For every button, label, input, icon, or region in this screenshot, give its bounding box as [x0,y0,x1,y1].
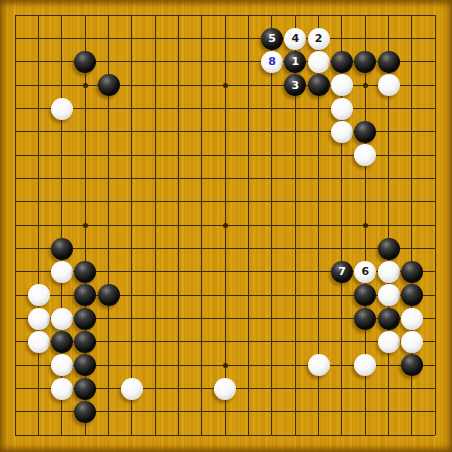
intersection-g16[interactable] [144,74,167,97]
intersection-k3[interactable] [214,377,237,400]
intersection-l17[interactable] [237,50,260,73]
intersection-q11[interactable] [354,190,377,213]
intersection-k13[interactable] [214,144,237,167]
intersection-j3[interactable] [190,377,213,400]
intersection-b2[interactable] [27,400,50,423]
intersection-c15[interactable] [50,97,73,120]
intersection-o11[interactable] [307,190,330,213]
intersection-b11[interactable] [27,190,50,213]
intersection-s16[interactable] [400,74,423,97]
intersection-a13[interactable] [4,144,27,167]
intersection-p9[interactable] [330,237,353,260]
intersection-o1[interactable] [307,424,330,447]
intersection-h4[interactable] [167,354,190,377]
intersection-a2[interactable] [4,400,27,423]
intersection-q18[interactable] [354,27,377,50]
intersection-h9[interactable] [167,237,190,260]
intersection-m4[interactable] [260,354,283,377]
intersection-l2[interactable] [237,400,260,423]
intersection-k4[interactable] [214,354,237,377]
intersection-c5[interactable] [50,330,73,353]
intersection-s6[interactable] [400,307,423,330]
intersection-f18[interactable] [120,27,143,50]
intersection-k17[interactable] [214,50,237,73]
intersection-t14[interactable] [424,120,447,143]
intersection-n3[interactable] [284,377,307,400]
intersection-s2[interactable] [400,400,423,423]
intersection-m9[interactable] [260,237,283,260]
intersection-t9[interactable] [424,237,447,260]
intersection-p15[interactable] [330,97,353,120]
intersection-t19[interactable] [424,4,447,27]
intersection-h14[interactable] [167,120,190,143]
intersection-d6[interactable] [74,307,97,330]
intersection-q4[interactable] [354,354,377,377]
intersection-d13[interactable] [74,144,97,167]
intersection-h10[interactable] [167,214,190,237]
intersection-a18[interactable] [4,27,27,50]
intersection-n11[interactable] [284,190,307,213]
intersection-n9[interactable] [284,237,307,260]
intersection-p3[interactable] [330,377,353,400]
intersection-r10[interactable] [377,214,400,237]
intersection-c7[interactable] [50,284,73,307]
intersection-h5[interactable] [167,330,190,353]
intersection-a17[interactable] [4,50,27,73]
intersection-n14[interactable] [284,120,307,143]
intersection-s8[interactable] [400,260,423,283]
intersection-n17[interactable]: 1 [284,50,307,73]
intersection-t1[interactable] [424,424,447,447]
intersection-o5[interactable] [307,330,330,353]
intersection-j9[interactable] [190,237,213,260]
intersection-k15[interactable] [214,97,237,120]
intersection-j14[interactable] [190,120,213,143]
intersection-s5[interactable] [400,330,423,353]
intersection-o18[interactable]: 2 [307,27,330,50]
intersection-s1[interactable] [400,424,423,447]
intersection-r14[interactable] [377,120,400,143]
intersection-e13[interactable] [97,144,120,167]
intersection-q16[interactable] [354,74,377,97]
intersection-n7[interactable] [284,284,307,307]
intersection-o6[interactable] [307,307,330,330]
intersection-d16[interactable] [74,74,97,97]
intersection-g17[interactable] [144,50,167,73]
intersection-d19[interactable] [74,4,97,27]
intersection-o8[interactable] [307,260,330,283]
intersection-q12[interactable] [354,167,377,190]
intersection-q3[interactable] [354,377,377,400]
intersection-s18[interactable] [400,27,423,50]
intersection-m15[interactable] [260,97,283,120]
intersection-m5[interactable] [260,330,283,353]
intersection-n5[interactable] [284,330,307,353]
intersection-n8[interactable] [284,260,307,283]
intersection-d14[interactable] [74,120,97,143]
intersection-k12[interactable] [214,167,237,190]
intersection-q13[interactable] [354,144,377,167]
intersection-t10[interactable] [424,214,447,237]
intersection-c9[interactable] [50,237,73,260]
intersection-j15[interactable] [190,97,213,120]
intersection-h12[interactable] [167,167,190,190]
intersection-b5[interactable] [27,330,50,353]
intersection-a1[interactable] [4,424,27,447]
intersection-j18[interactable] [190,27,213,50]
intersection-q19[interactable] [354,4,377,27]
intersection-c13[interactable] [50,144,73,167]
intersection-p1[interactable] [330,424,353,447]
intersection-d8[interactable] [74,260,97,283]
intersection-r13[interactable] [377,144,400,167]
intersection-t7[interactable] [424,284,447,307]
intersection-g13[interactable] [144,144,167,167]
intersection-m1[interactable] [260,424,283,447]
intersection-g2[interactable] [144,400,167,423]
intersection-q14[interactable] [354,120,377,143]
intersection-p17[interactable] [330,50,353,73]
intersection-o16[interactable] [307,74,330,97]
intersection-t15[interactable] [424,97,447,120]
intersection-d1[interactable] [74,424,97,447]
intersection-h8[interactable] [167,260,190,283]
intersection-c1[interactable] [50,424,73,447]
intersection-e11[interactable] [97,190,120,213]
intersection-r6[interactable] [377,307,400,330]
intersection-e10[interactable] [97,214,120,237]
intersection-t13[interactable] [424,144,447,167]
intersection-g12[interactable] [144,167,167,190]
intersection-p16[interactable] [330,74,353,97]
intersection-q6[interactable] [354,307,377,330]
intersection-d2[interactable] [74,400,97,423]
intersection-e18[interactable] [97,27,120,50]
intersection-k9[interactable] [214,237,237,260]
intersection-l11[interactable] [237,190,260,213]
intersection-n19[interactable] [284,4,307,27]
intersection-k16[interactable] [214,74,237,97]
intersection-p4[interactable] [330,354,353,377]
intersection-e3[interactable] [97,377,120,400]
intersection-r9[interactable] [377,237,400,260]
intersection-o17[interactable] [307,50,330,73]
intersection-g10[interactable] [144,214,167,237]
intersection-j8[interactable] [190,260,213,283]
intersection-l6[interactable] [237,307,260,330]
intersection-m18[interactable]: 5 [260,27,283,50]
intersection-f19[interactable] [120,4,143,27]
intersection-f6[interactable] [120,307,143,330]
intersection-b14[interactable] [27,120,50,143]
intersection-t8[interactable] [424,260,447,283]
intersection-r11[interactable] [377,190,400,213]
intersection-a6[interactable] [4,307,27,330]
intersection-f15[interactable] [120,97,143,120]
intersection-e5[interactable] [97,330,120,353]
intersection-n2[interactable] [284,400,307,423]
intersection-t6[interactable] [424,307,447,330]
intersection-g4[interactable] [144,354,167,377]
intersection-d4[interactable] [74,354,97,377]
intersection-p7[interactable] [330,284,353,307]
intersection-m3[interactable] [260,377,283,400]
intersection-t18[interactable] [424,27,447,50]
intersection-a14[interactable] [4,120,27,143]
intersection-m7[interactable] [260,284,283,307]
intersection-h7[interactable] [167,284,190,307]
intersection-o7[interactable] [307,284,330,307]
intersection-c11[interactable] [50,190,73,213]
intersection-s4[interactable] [400,354,423,377]
intersection-o4[interactable] [307,354,330,377]
intersection-g6[interactable] [144,307,167,330]
intersection-f3[interactable] [120,377,143,400]
intersection-c17[interactable] [50,50,73,73]
intersection-c4[interactable] [50,354,73,377]
intersection-q15[interactable] [354,97,377,120]
intersection-b7[interactable] [27,284,50,307]
intersection-a11[interactable] [4,190,27,213]
intersection-f5[interactable] [120,330,143,353]
intersection-s15[interactable] [400,97,423,120]
intersection-l10[interactable] [237,214,260,237]
intersection-o15[interactable] [307,97,330,120]
intersection-o14[interactable] [307,120,330,143]
intersection-p13[interactable] [330,144,353,167]
intersection-k14[interactable] [214,120,237,143]
intersection-g7[interactable] [144,284,167,307]
intersection-r5[interactable] [377,330,400,353]
intersection-c10[interactable] [50,214,73,237]
intersection-g18[interactable] [144,27,167,50]
intersection-c8[interactable] [50,260,73,283]
intersection-b9[interactable] [27,237,50,260]
intersection-t16[interactable] [424,74,447,97]
intersection-e14[interactable] [97,120,120,143]
intersection-r17[interactable] [377,50,400,73]
intersection-m10[interactable] [260,214,283,237]
intersection-h6[interactable] [167,307,190,330]
intersection-b16[interactable] [27,74,50,97]
intersection-e2[interactable] [97,400,120,423]
intersection-b4[interactable] [27,354,50,377]
intersection-o10[interactable] [307,214,330,237]
intersection-l7[interactable] [237,284,260,307]
intersection-b15[interactable] [27,97,50,120]
intersection-k1[interactable] [214,424,237,447]
intersection-j10[interactable] [190,214,213,237]
intersection-g11[interactable] [144,190,167,213]
intersection-p18[interactable] [330,27,353,50]
intersection-d12[interactable] [74,167,97,190]
intersection-c16[interactable] [50,74,73,97]
intersection-l13[interactable] [237,144,260,167]
intersection-f17[interactable] [120,50,143,73]
intersection-k10[interactable] [214,214,237,237]
intersection-n1[interactable] [284,424,307,447]
intersection-s19[interactable] [400,4,423,27]
intersection-b13[interactable] [27,144,50,167]
intersection-d3[interactable] [74,377,97,400]
intersection-e19[interactable] [97,4,120,27]
intersection-t3[interactable] [424,377,447,400]
intersection-m16[interactable] [260,74,283,97]
intersection-l14[interactable] [237,120,260,143]
intersection-r18[interactable] [377,27,400,50]
intersection-g19[interactable] [144,4,167,27]
intersection-a19[interactable] [4,4,27,27]
intersection-g14[interactable] [144,120,167,143]
intersection-f9[interactable] [120,237,143,260]
intersection-h2[interactable] [167,400,190,423]
intersection-n15[interactable] [284,97,307,120]
intersection-t12[interactable] [424,167,447,190]
intersection-j6[interactable] [190,307,213,330]
intersection-p5[interactable] [330,330,353,353]
intersection-p12[interactable] [330,167,353,190]
intersection-l15[interactable] [237,97,260,120]
intersection-h16[interactable] [167,74,190,97]
intersection-h15[interactable] [167,97,190,120]
intersection-p14[interactable] [330,120,353,143]
intersection-o2[interactable] [307,400,330,423]
intersection-m17[interactable]: 8 [260,50,283,73]
intersection-c3[interactable] [50,377,73,400]
intersection-h18[interactable] [167,27,190,50]
intersection-l1[interactable] [237,424,260,447]
intersection-p8[interactable]: 7 [330,260,353,283]
intersection-m11[interactable] [260,190,283,213]
intersection-b19[interactable] [27,4,50,27]
intersection-a3[interactable] [4,377,27,400]
intersection-h3[interactable] [167,377,190,400]
intersection-b18[interactable] [27,27,50,50]
intersection-b1[interactable] [27,424,50,447]
intersection-j12[interactable] [190,167,213,190]
intersection-r2[interactable] [377,400,400,423]
intersection-r4[interactable] [377,354,400,377]
intersection-n6[interactable] [284,307,307,330]
intersection-d15[interactable] [74,97,97,120]
intersection-g9[interactable] [144,237,167,260]
intersection-j4[interactable] [190,354,213,377]
intersection-f14[interactable] [120,120,143,143]
intersection-r15[interactable] [377,97,400,120]
intersection-a10[interactable] [4,214,27,237]
intersection-j16[interactable] [190,74,213,97]
intersection-q5[interactable] [354,330,377,353]
intersection-q8[interactable]: 6 [354,260,377,283]
intersection-c19[interactable] [50,4,73,27]
intersection-l5[interactable] [237,330,260,353]
intersection-l8[interactable] [237,260,260,283]
intersection-q10[interactable] [354,214,377,237]
intersection-o3[interactable] [307,377,330,400]
intersection-l16[interactable] [237,74,260,97]
intersection-d9[interactable] [74,237,97,260]
intersection-j2[interactable] [190,400,213,423]
intersection-g15[interactable] [144,97,167,120]
intersection-c18[interactable] [50,27,73,50]
intersection-h1[interactable] [167,424,190,447]
intersection-b6[interactable] [27,307,50,330]
intersection-l19[interactable] [237,4,260,27]
intersection-a7[interactable] [4,284,27,307]
intersection-h13[interactable] [167,144,190,167]
intersection-l18[interactable] [237,27,260,50]
intersection-e1[interactable] [97,424,120,447]
intersection-j19[interactable] [190,4,213,27]
intersection-c14[interactable] [50,120,73,143]
intersection-s3[interactable] [400,377,423,400]
intersection-m6[interactable] [260,307,283,330]
intersection-n13[interactable] [284,144,307,167]
intersection-o12[interactable] [307,167,330,190]
intersection-e4[interactable] [97,354,120,377]
intersection-f1[interactable] [120,424,143,447]
intersection-l9[interactable] [237,237,260,260]
intersection-p11[interactable] [330,190,353,213]
intersection-e9[interactable] [97,237,120,260]
intersection-f2[interactable] [120,400,143,423]
intersection-g8[interactable] [144,260,167,283]
intersection-f11[interactable] [120,190,143,213]
intersection-c6[interactable] [50,307,73,330]
intersection-a9[interactable] [4,237,27,260]
intersection-s17[interactable] [400,50,423,73]
intersection-p6[interactable] [330,307,353,330]
intersection-o19[interactable] [307,4,330,27]
intersection-m2[interactable] [260,400,283,423]
intersection-n4[interactable] [284,354,307,377]
intersection-r19[interactable] [377,4,400,27]
intersection-a12[interactable] [4,167,27,190]
intersection-h17[interactable] [167,50,190,73]
intersection-b10[interactable] [27,214,50,237]
intersection-b12[interactable] [27,167,50,190]
intersection-q2[interactable] [354,400,377,423]
intersection-r16[interactable] [377,74,400,97]
intersection-m8[interactable] [260,260,283,283]
intersection-s9[interactable] [400,237,423,260]
intersection-q17[interactable] [354,50,377,73]
intersection-r3[interactable] [377,377,400,400]
intersection-k7[interactable] [214,284,237,307]
intersection-s10[interactable] [400,214,423,237]
intersection-a15[interactable] [4,97,27,120]
intersection-e15[interactable] [97,97,120,120]
intersection-h19[interactable] [167,4,190,27]
intersection-l12[interactable] [237,167,260,190]
intersection-d10[interactable] [74,214,97,237]
intersection-g5[interactable] [144,330,167,353]
intersection-q1[interactable] [354,424,377,447]
intersection-f10[interactable] [120,214,143,237]
intersection-k8[interactable] [214,260,237,283]
intersection-e12[interactable] [97,167,120,190]
intersection-j13[interactable] [190,144,213,167]
intersection-q9[interactable] [354,237,377,260]
intersection-m19[interactable] [260,4,283,27]
intersection-e8[interactable] [97,260,120,283]
intersection-s14[interactable] [400,120,423,143]
intersection-h11[interactable] [167,190,190,213]
intersection-t4[interactable] [424,354,447,377]
intersection-r8[interactable] [377,260,400,283]
intersection-c2[interactable] [50,400,73,423]
intersection-c12[interactable] [50,167,73,190]
